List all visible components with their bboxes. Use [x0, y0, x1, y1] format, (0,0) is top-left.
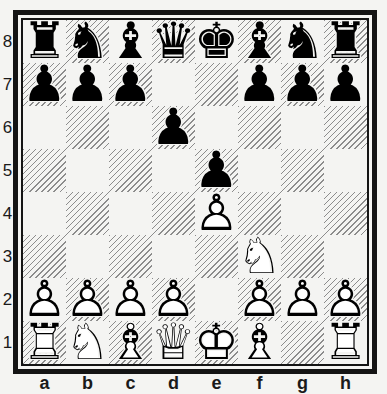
piece-black-rook: ♜: [23, 19, 66, 62]
square-h3: [324, 235, 367, 278]
file-label-a: a: [23, 373, 66, 394]
square-e2: [195, 278, 238, 321]
piece-white-rook: ♖: [324, 320, 367, 363]
square-b8: ♞: [66, 20, 109, 63]
square-c4: [109, 192, 152, 235]
rank-label-1: 1: [0, 321, 15, 364]
piece-white-knight-fill: ♞: [66, 320, 109, 363]
square-f3: ♞♘: [238, 235, 281, 278]
piece-white-pawn-fill: ♟: [281, 277, 324, 320]
board-grid: ♜♞♝♛♚♝♞♜♟♟♟♟♟♟♟♟♟♙♞♘♟♙♟♙♟♙♟♙♟♙♟♙♟♙♜♖♞♘♝♗…: [23, 20, 367, 364]
square-e3: [195, 235, 238, 278]
piece-white-king-fill: ♚: [195, 320, 238, 363]
square-d2: ♟♙: [152, 278, 195, 321]
piece-white-bishop: ♗: [109, 320, 152, 363]
square-a6: [23, 106, 66, 149]
file-label-f: f: [238, 373, 281, 394]
square-e7: [195, 63, 238, 106]
piece-white-pawn-fill: ♟: [109, 277, 152, 320]
piece-white-pawn: ♙: [109, 277, 152, 320]
piece-white-knight: ♘: [238, 234, 281, 277]
piece-black-queen: ♛: [152, 19, 195, 62]
square-e4: ♟♙: [195, 192, 238, 235]
file-label-d: d: [152, 373, 195, 394]
square-f5: [238, 149, 281, 192]
square-f4: [238, 192, 281, 235]
rank-label-6: 6: [0, 106, 15, 149]
rank-label-3: 3: [0, 235, 15, 278]
piece-white-pawn-fill: ♟: [152, 277, 195, 320]
piece-black-bishop: ♝: [238, 19, 281, 62]
square-g4: [281, 192, 324, 235]
square-h6: [324, 106, 367, 149]
file-label-e: e: [195, 373, 238, 394]
file-labels: abcdefgh: [23, 373, 367, 394]
file-label-g: g: [281, 373, 324, 394]
square-g3: [281, 235, 324, 278]
board-inner-frame: ♜♞♝♛♚♝♞♜♟♟♟♟♟♟♟♟♟♙♞♘♟♙♟♙♟♙♟♙♟♙♟♙♟♙♜♖♞♘♝♗…: [21, 18, 369, 366]
piece-black-rook: ♜: [324, 19, 367, 62]
piece-white-pawn: ♙: [324, 277, 367, 320]
square-c7: ♟: [109, 63, 152, 106]
square-a8: ♜: [23, 20, 66, 63]
piece-white-pawn-fill: ♟: [324, 277, 367, 320]
square-a2: ♟♙: [23, 278, 66, 321]
rank-label-8: 8: [0, 20, 15, 63]
piece-white-knight-fill: ♞: [238, 234, 281, 277]
square-a3: [23, 235, 66, 278]
rank-label-5: 5: [0, 149, 15, 192]
piece-white-pawn-fill: ♟: [23, 277, 66, 320]
piece-white-pawn: ♙: [281, 277, 324, 320]
square-g2: ♟♙: [281, 278, 324, 321]
square-b7: ♟: [66, 63, 109, 106]
piece-white-bishop-fill: ♝: [109, 320, 152, 363]
square-h2: ♟♙: [324, 278, 367, 321]
square-b4: [66, 192, 109, 235]
square-b3: [66, 235, 109, 278]
square-e8: ♚: [195, 20, 238, 63]
square-f6: [238, 106, 281, 149]
square-a1: ♜♖: [23, 321, 66, 364]
piece-white-pawn: ♙: [195, 191, 238, 234]
file-label-c: c: [109, 373, 152, 394]
piece-white-pawn: ♙: [152, 277, 195, 320]
rank-label-7: 7: [0, 63, 15, 106]
piece-black-pawn: ♟: [238, 62, 281, 105]
file-label-h: h: [324, 373, 367, 394]
square-h5: [324, 149, 367, 192]
piece-white-queen-fill: ♛: [152, 320, 195, 363]
square-d6: ♟: [152, 106, 195, 149]
piece-black-pawn: ♟: [66, 62, 109, 105]
piece-white-knight: ♘: [66, 320, 109, 363]
square-g6: [281, 106, 324, 149]
square-h4: [324, 192, 367, 235]
square-g7: ♟: [281, 63, 324, 106]
piece-white-rook-fill: ♜: [23, 320, 66, 363]
piece-black-pawn: ♟: [195, 148, 238, 191]
rank-label-4: 4: [0, 192, 15, 235]
square-f2: ♟♙: [238, 278, 281, 321]
square-h8: ♜: [324, 20, 367, 63]
square-e1: ♚♔: [195, 321, 238, 364]
square-g5: [281, 149, 324, 192]
square-c6: [109, 106, 152, 149]
square-c2: ♟♙: [109, 278, 152, 321]
piece-black-pawn: ♟: [324, 62, 367, 105]
square-d7: [152, 63, 195, 106]
rank-labels: 87654321: [0, 20, 15, 364]
square-a5: [23, 149, 66, 192]
square-f7: ♟: [238, 63, 281, 106]
square-b1: ♞♘: [66, 321, 109, 364]
piece-black-pawn: ♟: [23, 62, 66, 105]
square-g8: ♞: [281, 20, 324, 63]
chess-board: ♜♞♝♛♚♝♞♜♟♟♟♟♟♟♟♟♟♙♞♘♟♙♟♙♟♙♟♙♟♙♟♙♟♙♜♖♞♘♝♗…: [13, 10, 377, 374]
square-h1: ♜♖: [324, 321, 367, 364]
square-e6: [195, 106, 238, 149]
file-label-b: b: [66, 373, 109, 394]
page: ♜♞♝♛♚♝♞♜♟♟♟♟♟♟♟♟♟♙♞♘♟♙♟♙♟♙♟♙♟♙♟♙♟♙♜♖♞♘♝♗…: [0, 0, 387, 394]
square-h7: ♟: [324, 63, 367, 106]
piece-white-pawn: ♙: [23, 277, 66, 320]
square-d3: [152, 235, 195, 278]
square-d1: ♛♕: [152, 321, 195, 364]
piece-white-bishop-fill: ♝: [238, 320, 281, 363]
square-f1: ♝♗: [238, 321, 281, 364]
piece-black-knight: ♞: [281, 19, 324, 62]
square-a7: ♟: [23, 63, 66, 106]
square-b6: [66, 106, 109, 149]
piece-black-bishop: ♝: [109, 19, 152, 62]
rank-label-2: 2: [0, 278, 15, 321]
piece-white-pawn: ♙: [66, 277, 109, 320]
piece-white-rook-fill: ♜: [324, 320, 367, 363]
square-a4: [23, 192, 66, 235]
square-d4: [152, 192, 195, 235]
piece-black-knight: ♞: [66, 19, 109, 62]
square-b5: [66, 149, 109, 192]
square-c8: ♝: [109, 20, 152, 63]
square-d5: [152, 149, 195, 192]
square-d8: ♛: [152, 20, 195, 63]
piece-black-pawn: ♟: [109, 62, 152, 105]
square-f8: ♝: [238, 20, 281, 63]
piece-black-pawn: ♟: [281, 62, 324, 105]
piece-white-king: ♔: [195, 320, 238, 363]
square-b2: ♟♙: [66, 278, 109, 321]
square-e5: ♟: [195, 149, 238, 192]
piece-white-queen: ♕: [152, 320, 195, 363]
piece-white-pawn-fill: ♟: [238, 277, 281, 320]
piece-white-pawn-fill: ♟: [66, 277, 109, 320]
square-c1: ♝♗: [109, 321, 152, 364]
square-g1: [281, 321, 324, 364]
piece-white-pawn-fill: ♟: [195, 191, 238, 234]
square-c3: [109, 235, 152, 278]
square-c5: [109, 149, 152, 192]
piece-black-pawn: ♟: [152, 105, 195, 148]
piece-white-pawn: ♙: [238, 277, 281, 320]
piece-black-king: ♚: [195, 19, 238, 62]
piece-white-rook: ♖: [23, 320, 66, 363]
piece-white-bishop: ♗: [238, 320, 281, 363]
